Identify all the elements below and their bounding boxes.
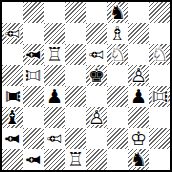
square-g1[interactable]: ♞♞ <box>128 149 149 170</box>
square-c3[interactable] <box>44 107 65 128</box>
black-knight-g1[interactable]: ♞♞ <box>128 149 149 170</box>
black-pawn-g4[interactable]: ♟♟ <box>128 86 149 107</box>
square-d3[interactable] <box>65 107 86 128</box>
square-b5[interactable]: ♜♖ <box>23 65 44 86</box>
square-h1[interactable] <box>149 149 170 170</box>
white-bishop-f7[interactable]: ♝♗ <box>107 23 128 44</box>
white-rook-icon: ♖ <box>23 67 44 84</box>
square-d4[interactable] <box>65 86 86 107</box>
square-g6[interactable] <box>128 44 149 65</box>
square-d8[interactable] <box>65 2 86 23</box>
white-bishop-icon: ♗ <box>44 130 65 147</box>
white-pawn-icon: ♙ <box>88 107 105 128</box>
square-a2[interactable]: ♝♝ <box>2 128 23 149</box>
square-b2[interactable] <box>23 128 44 149</box>
square-a5[interactable] <box>2 65 23 86</box>
square-g8[interactable] <box>128 2 149 23</box>
square-g5[interactable]: ♟♙ <box>128 65 149 86</box>
white-rook-b5[interactable]: ♜♖ <box>23 65 44 86</box>
square-c6[interactable]: ♜♖ <box>44 44 65 65</box>
square-g4[interactable]: ♟♟ <box>128 86 149 107</box>
square-c8[interactable] <box>44 2 65 23</box>
black-bishop-icon: ♝ <box>4 107 21 128</box>
square-f6[interactable]: ♞♘ <box>107 44 128 65</box>
black-bishop-b6[interactable]: ♝♝ <box>23 44 44 65</box>
black-knight-f8[interactable]: ♞♞ <box>107 2 128 23</box>
white-bishop-c2[interactable]: ♝♗ <box>44 128 65 149</box>
chess-board: ♞♞♝♗♝♗♝♝♜♖♝♗♞♘♞♘♜♖♚♚♟♙♜♜♟♟♟♟♜♖♝♝♟♙♝♝♝♗♚♔… <box>0 0 172 172</box>
square-e8[interactable] <box>86 2 107 23</box>
black-bishop-icon: ♝ <box>2 130 23 147</box>
square-d7[interactable] <box>65 23 86 44</box>
white-bishop-icon: ♗ <box>86 46 107 63</box>
square-e2[interactable] <box>86 128 107 149</box>
black-bishop-a3[interactable]: ♝♝ <box>2 107 23 128</box>
chess-diagram: ♞♞♝♗♝♗♝♝♜♖♝♗♞♘♞♘♜♖♚♚♟♙♜♜♟♟♟♟♜♖♝♝♟♙♝♝♝♗♚♔… <box>0 0 172 172</box>
square-b6[interactable]: ♝♝ <box>23 44 44 65</box>
square-h8[interactable] <box>149 2 170 23</box>
square-d1[interactable]: ♜♖ <box>65 149 86 170</box>
square-d2[interactable] <box>65 128 86 149</box>
square-a3[interactable]: ♝♝ <box>2 107 23 128</box>
square-e7[interactable] <box>86 23 107 44</box>
square-c1[interactable] <box>44 149 65 170</box>
white-pawn-g5[interactable]: ♟♙ <box>128 65 149 86</box>
white-rook-d1[interactable]: ♜♖ <box>65 149 86 170</box>
white-pawn-icon: ♙ <box>130 65 147 86</box>
square-a7[interactable]: ♝♗ <box>2 23 23 44</box>
black-king-e5[interactable]: ♚♚ <box>86 65 107 86</box>
black-knight-icon: ♞ <box>109 2 126 23</box>
white-rook-icon: ♖ <box>67 149 84 170</box>
square-c2[interactable]: ♝♗ <box>44 128 65 149</box>
black-pawn-icon: ♟ <box>46 86 63 107</box>
square-h5[interactable] <box>149 65 170 86</box>
square-f2[interactable] <box>107 128 128 149</box>
square-f8[interactable]: ♞♞ <box>107 2 128 23</box>
square-e6[interactable]: ♝♗ <box>86 44 107 65</box>
white-bishop-e6[interactable]: ♝♗ <box>86 44 107 65</box>
square-h2[interactable] <box>149 128 170 149</box>
white-rook-c6[interactable]: ♜♖ <box>44 44 65 65</box>
square-f1[interactable] <box>107 149 128 170</box>
black-bishop-icon: ♝ <box>23 46 44 63</box>
black-bishop-icon: ♝ <box>23 151 44 168</box>
square-h4[interactable]: ♜♖ <box>149 86 170 107</box>
square-a1[interactable] <box>2 149 23 170</box>
square-e1[interactable] <box>86 149 107 170</box>
square-e3[interactable]: ♟♙ <box>86 107 107 128</box>
white-pawn-e3[interactable]: ♟♙ <box>86 107 107 128</box>
black-knight-icon: ♞ <box>130 149 147 170</box>
square-f4[interactable] <box>107 86 128 107</box>
white-bishop-icon: ♗ <box>109 23 126 44</box>
white-knight-h6[interactable]: ♞♘ <box>149 44 170 65</box>
square-f7[interactable]: ♝♗ <box>107 23 128 44</box>
black-king-icon: ♚ <box>88 65 105 86</box>
square-e5[interactable]: ♚♚ <box>86 65 107 86</box>
black-pawn-c4[interactable]: ♟♟ <box>44 86 65 107</box>
square-h7[interactable] <box>149 23 170 44</box>
square-h3[interactable] <box>149 107 170 128</box>
square-b1[interactable]: ♝♝ <box>23 149 44 170</box>
square-b3[interactable] <box>23 107 44 128</box>
square-b8[interactable] <box>23 2 44 23</box>
white-bishop-a7[interactable]: ♝♗ <box>2 23 23 44</box>
square-g7[interactable] <box>128 23 149 44</box>
square-h6[interactable]: ♞♘ <box>149 44 170 65</box>
white-rook-icon: ♖ <box>46 44 63 65</box>
square-b4[interactable] <box>23 86 44 107</box>
white-king-icon: ♔ <box>130 128 147 149</box>
black-bishop-a2[interactable]: ♝♝ <box>2 128 23 149</box>
white-king-g2[interactable]: ♚♔ <box>128 128 149 149</box>
white-knight-f6[interactable]: ♞♘ <box>107 44 128 65</box>
square-f5[interactable] <box>107 65 128 86</box>
square-d5[interactable] <box>65 65 86 86</box>
square-c7[interactable] <box>44 23 65 44</box>
black-pawn-icon: ♟ <box>130 86 147 107</box>
white-knight-icon: ♘ <box>151 44 168 65</box>
square-a4[interactable]: ♜♜ <box>2 86 23 107</box>
square-e4[interactable] <box>86 86 107 107</box>
white-rook-icon: ♖ <box>149 88 170 105</box>
square-c4[interactable]: ♟♟ <box>44 86 65 107</box>
black-rook-a4[interactable]: ♜♜ <box>2 86 23 107</box>
square-c5[interactable] <box>44 65 65 86</box>
black-bishop-b1[interactable]: ♝♝ <box>23 149 44 170</box>
white-bishop-icon: ♗ <box>2 25 23 42</box>
square-d6[interactable] <box>65 44 86 65</box>
square-g2[interactable]: ♚♔ <box>128 128 149 149</box>
white-rook-h4[interactable]: ♜♖ <box>149 86 170 107</box>
square-a6[interactable] <box>2 44 23 65</box>
square-f3[interactable] <box>107 107 128 128</box>
white-knight-icon: ♘ <box>109 44 126 65</box>
square-b7[interactable] <box>23 23 44 44</box>
square-a8[interactable] <box>2 2 23 23</box>
square-g3[interactable] <box>128 107 149 128</box>
black-rook-icon: ♜ <box>2 88 23 105</box>
